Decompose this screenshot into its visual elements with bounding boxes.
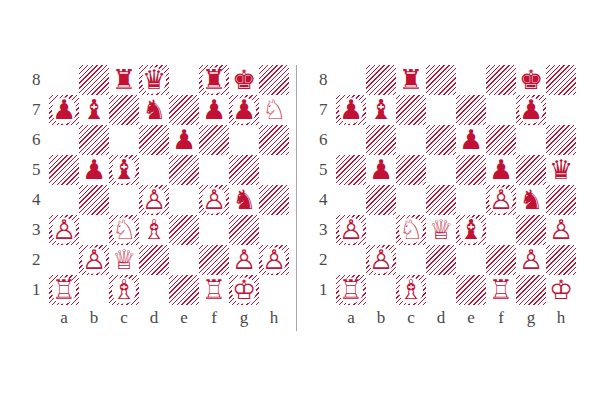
square-d6 <box>139 125 169 155</box>
square-d7: ♞ <box>139 95 169 125</box>
black-pawn-g7: ♟ <box>516 95 546 125</box>
black-knight-d7: ♞ <box>139 95 169 125</box>
white-pawn-h3: ♙ <box>546 215 576 245</box>
rank-label-8: 8 <box>31 65 49 95</box>
file-label-d: d <box>426 305 456 331</box>
black-bishop-b7: ♝ <box>79 95 109 125</box>
square-g6 <box>516 125 546 155</box>
white-pawn-h2: ♙ <box>259 245 289 275</box>
square-h1 <box>259 275 289 305</box>
white-queen-c2: ♕ <box>109 245 139 275</box>
square-h5 <box>259 155 289 185</box>
rank-label-7: 7 <box>31 95 49 125</box>
white-pawn-b2: ♙ <box>79 245 109 275</box>
black-rook-f8: ♜ <box>199 65 229 95</box>
square-f2 <box>199 245 229 275</box>
file-label-a: a <box>49 305 79 331</box>
square-f5: ♟ <box>486 155 516 185</box>
square-a1: ♖ <box>49 275 79 305</box>
square-e8 <box>456 65 486 95</box>
square-d4 <box>426 185 456 215</box>
square-f7 <box>486 95 516 125</box>
square-c5 <box>396 155 426 185</box>
square-g5 <box>229 155 259 185</box>
black-bishop-c5: ♝ <box>109 155 139 185</box>
white-pawn-f4: ♙ <box>199 185 229 215</box>
square-b6 <box>366 125 396 155</box>
square-g3 <box>516 215 546 245</box>
white-king-h1: ♔ <box>546 275 576 305</box>
white-rook-f1: ♖ <box>199 275 229 305</box>
square-a1: ♖ <box>336 275 366 305</box>
black-pawn-g7: ♟ <box>229 95 259 125</box>
square-f3 <box>486 215 516 245</box>
square-c6 <box>396 125 426 155</box>
white-king-g1: ♔ <box>229 275 259 305</box>
white-pawn-b2: ♙ <box>366 245 396 275</box>
chess-diagram-right: 87654321♜♚♟♝♟♟♟♟♛♙♞♙♘♕♝♙♙♙♖♗♖♔abcdefgh <box>318 65 576 331</box>
white-knight-c3: ♘ <box>396 215 426 245</box>
square-a5 <box>336 155 366 185</box>
black-pawn-f5: ♟ <box>486 155 516 185</box>
square-e7 <box>169 95 199 125</box>
file-label-e: e <box>169 305 199 331</box>
square-d3: ♕ <box>426 215 456 245</box>
chess-diagram-left: 87654321♜♛♜♚♟♝♞♟♟♘♟♟♝♙♙♞♙♘♗♙♕♙♙♖♗♖♔abcde… <box>31 65 289 331</box>
square-a7: ♟ <box>49 95 79 125</box>
square-h5: ♛ <box>546 155 576 185</box>
rank-label-4: 4 <box>31 185 49 215</box>
black-rook-c8: ♜ <box>109 65 139 95</box>
square-c8: ♜ <box>109 65 139 95</box>
square-a3: ♙ <box>336 215 366 245</box>
square-c4 <box>396 185 426 215</box>
white-bishop-c1: ♗ <box>109 275 139 305</box>
square-a8 <box>49 65 79 95</box>
square-d7 <box>426 95 456 125</box>
rank-label-2: 2 <box>318 245 336 275</box>
square-h8 <box>546 65 576 95</box>
rank-label-5: 5 <box>318 155 336 185</box>
black-bishop-e3: ♝ <box>456 215 486 245</box>
square-d2 <box>426 245 456 275</box>
square-e4 <box>169 185 199 215</box>
white-pawn-d4: ♙ <box>139 185 169 215</box>
square-c7 <box>109 95 139 125</box>
square-d1 <box>426 275 456 305</box>
square-a6 <box>49 125 79 155</box>
square-e7 <box>456 95 486 125</box>
chess-board-right: ♜♚♟♝♟♟♟♟♛♙♞♙♘♕♝♙♙♙♖♗♖♔ <box>336 65 576 305</box>
black-queen-h5: ♛ <box>546 155 576 185</box>
corner-spacer <box>318 305 336 331</box>
square-d5 <box>426 155 456 185</box>
square-b1 <box>366 275 396 305</box>
square-h1: ♔ <box>546 275 576 305</box>
square-g4: ♞ <box>229 185 259 215</box>
square-g4: ♞ <box>516 185 546 215</box>
rank-label-6: 6 <box>31 125 49 155</box>
black-knight-g4: ♞ <box>516 185 546 215</box>
black-pawn-e6: ♟ <box>456 125 486 155</box>
square-g1: ♔ <box>229 275 259 305</box>
rank-label-6: 6 <box>318 125 336 155</box>
square-g6 <box>229 125 259 155</box>
chess-board-left: ♜♛♜♚♟♝♞♟♟♘♟♟♝♙♙♞♙♘♗♙♕♙♙♖♗♖♔ <box>49 65 289 305</box>
file-label-d: d <box>139 305 169 331</box>
square-g7: ♟ <box>229 95 259 125</box>
square-f3 <box>199 215 229 245</box>
square-g7: ♟ <box>516 95 546 125</box>
file-label-c: c <box>396 305 426 331</box>
square-a5 <box>49 155 79 185</box>
square-c3: ♘ <box>396 215 426 245</box>
white-rook-f1: ♖ <box>486 275 516 305</box>
square-c3: ♘ <box>109 215 139 245</box>
square-b7: ♝ <box>366 95 396 125</box>
black-queen-d8: ♛ <box>139 65 169 95</box>
rank-label-4: 4 <box>318 185 336 215</box>
square-e1 <box>169 275 199 305</box>
square-h2 <box>546 245 576 275</box>
black-king-g8: ♚ <box>229 65 259 95</box>
square-h7 <box>546 95 576 125</box>
square-e6: ♟ <box>456 125 486 155</box>
white-pawn-g2: ♙ <box>229 245 259 275</box>
square-d8: ♛ <box>139 65 169 95</box>
page: 87654321♜♛♜♚♟♝♞♟♟♘♟♟♝♙♙♞♙♘♗♙♕♙♙♖♗♖♔abcde… <box>0 0 600 400</box>
rank-labels: 87654321 <box>31 65 49 305</box>
square-b3 <box>79 215 109 245</box>
square-d4: ♙ <box>139 185 169 215</box>
square-g8: ♚ <box>229 65 259 95</box>
black-pawn-f7: ♟ <box>199 95 229 125</box>
square-b3 <box>366 215 396 245</box>
square-c4 <box>109 185 139 215</box>
black-knight-g4: ♞ <box>229 185 259 215</box>
square-f7: ♟ <box>199 95 229 125</box>
square-c7 <box>396 95 426 125</box>
rank-label-1: 1 <box>31 275 49 305</box>
rank-label-7: 7 <box>318 95 336 125</box>
square-b8 <box>79 65 109 95</box>
square-a7: ♟ <box>336 95 366 125</box>
square-e4 <box>456 185 486 215</box>
square-h3 <box>259 215 289 245</box>
square-c1: ♗ <box>396 275 426 305</box>
square-e5 <box>169 155 199 185</box>
black-pawn-e6: ♟ <box>169 125 199 155</box>
black-pawn-a7: ♟ <box>49 95 79 125</box>
square-h4 <box>259 185 289 215</box>
square-c2 <box>396 245 426 275</box>
file-label-g: g <box>229 305 259 331</box>
file-label-b: b <box>79 305 109 331</box>
square-a6 <box>336 125 366 155</box>
white-pawn-f4: ♙ <box>486 185 516 215</box>
square-f2 <box>486 245 516 275</box>
square-h6 <box>259 125 289 155</box>
square-b2: ♙ <box>79 245 109 275</box>
square-d6 <box>426 125 456 155</box>
square-g5 <box>516 155 546 185</box>
rank-label-3: 3 <box>31 215 49 245</box>
black-pawn-a7: ♟ <box>336 95 366 125</box>
square-g8: ♚ <box>516 65 546 95</box>
white-bishop-d3: ♗ <box>139 215 169 245</box>
white-pawn-a3: ♙ <box>49 215 79 245</box>
square-f6 <box>486 125 516 155</box>
square-a2 <box>49 245 79 275</box>
file-label-a: a <box>336 305 366 331</box>
file-label-f: f <box>486 305 516 331</box>
square-b4 <box>79 185 109 215</box>
square-b7: ♝ <box>79 95 109 125</box>
square-a2 <box>336 245 366 275</box>
square-b4 <box>366 185 396 215</box>
square-e3: ♝ <box>456 215 486 245</box>
square-c6 <box>109 125 139 155</box>
square-a3: ♙ <box>49 215 79 245</box>
square-e3 <box>169 215 199 245</box>
square-e2 <box>456 245 486 275</box>
square-f8: ♜ <box>199 65 229 95</box>
square-a8 <box>336 65 366 95</box>
square-b2: ♙ <box>366 245 396 275</box>
file-label-h: h <box>546 305 576 331</box>
rank-labels: 87654321 <box>318 65 336 305</box>
square-h8 <box>259 65 289 95</box>
square-h4 <box>546 185 576 215</box>
square-b5: ♟ <box>79 155 109 185</box>
square-f5 <box>199 155 229 185</box>
file-label-e: e <box>456 305 486 331</box>
square-f1: ♖ <box>486 275 516 305</box>
rank-label-3: 3 <box>318 215 336 245</box>
white-queen-d3: ♕ <box>426 215 456 245</box>
square-g1 <box>516 275 546 305</box>
square-e8 <box>169 65 199 95</box>
square-g2: ♙ <box>516 245 546 275</box>
white-pawn-g2: ♙ <box>516 245 546 275</box>
square-c5: ♝ <box>109 155 139 185</box>
square-f4: ♙ <box>199 185 229 215</box>
square-d5 <box>139 155 169 185</box>
white-bishop-c1: ♗ <box>396 275 426 305</box>
square-d2 <box>139 245 169 275</box>
square-e6: ♟ <box>169 125 199 155</box>
square-d1 <box>139 275 169 305</box>
square-c1: ♗ <box>109 275 139 305</box>
square-h2: ♙ <box>259 245 289 275</box>
square-f6 <box>199 125 229 155</box>
square-e1 <box>456 275 486 305</box>
square-b5: ♟ <box>366 155 396 185</box>
file-labels: abcdefgh <box>336 305 576 331</box>
black-pawn-b5: ♟ <box>366 155 396 185</box>
rank-label-5: 5 <box>31 155 49 185</box>
file-label-g: g <box>516 305 546 331</box>
square-c2: ♕ <box>109 245 139 275</box>
rank-label-8: 8 <box>318 65 336 95</box>
white-pawn-a3: ♙ <box>336 215 366 245</box>
square-g3 <box>229 215 259 245</box>
diagram-divider-line <box>296 65 297 331</box>
white-knight-c3: ♘ <box>109 215 139 245</box>
square-d8 <box>426 65 456 95</box>
square-h3: ♙ <box>546 215 576 245</box>
file-labels: abcdefgh <box>49 305 289 331</box>
square-a4 <box>49 185 79 215</box>
square-e5 <box>456 155 486 185</box>
file-label-b: b <box>366 305 396 331</box>
rank-label-2: 2 <box>31 245 49 275</box>
white-rook-a1: ♖ <box>49 275 79 305</box>
square-g2: ♙ <box>229 245 259 275</box>
black-pawn-b5: ♟ <box>79 155 109 185</box>
file-label-f: f <box>199 305 229 331</box>
black-rook-c8: ♜ <box>396 65 426 95</box>
white-knight-h7: ♘ <box>259 95 289 125</box>
square-f8 <box>486 65 516 95</box>
black-bishop-b7: ♝ <box>366 95 396 125</box>
file-label-c: c <box>109 305 139 331</box>
square-f1: ♖ <box>199 275 229 305</box>
white-rook-a1: ♖ <box>336 275 366 305</box>
square-a4 <box>336 185 366 215</box>
square-d3: ♗ <box>139 215 169 245</box>
square-e2 <box>169 245 199 275</box>
black-king-g8: ♚ <box>516 65 546 95</box>
square-b1 <box>79 275 109 305</box>
square-c8: ♜ <box>396 65 426 95</box>
square-f4: ♙ <box>486 185 516 215</box>
file-label-h: h <box>259 305 289 331</box>
square-b6 <box>79 125 109 155</box>
square-h6 <box>546 125 576 155</box>
rank-label-1: 1 <box>318 275 336 305</box>
square-h7: ♘ <box>259 95 289 125</box>
corner-spacer <box>31 305 49 331</box>
square-b8 <box>366 65 396 95</box>
